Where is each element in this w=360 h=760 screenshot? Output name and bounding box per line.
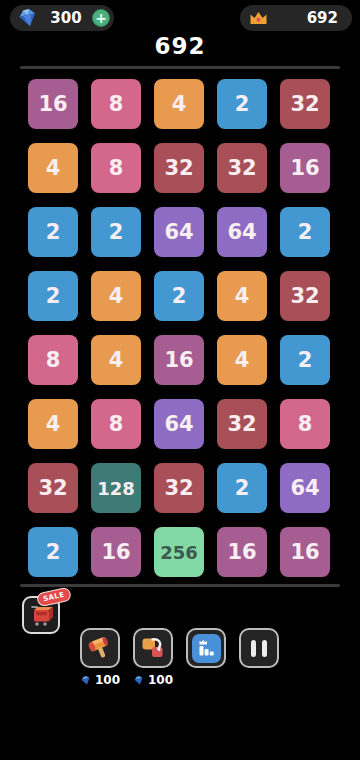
gems-pill: 300 + (10, 5, 114, 31)
tile-r5c1[interactable]: 8 (28, 335, 78, 385)
tile-r1c5[interactable]: 32 (280, 79, 330, 129)
crown-icon (248, 10, 269, 27)
tile-r8c4[interactable]: 16 (217, 527, 267, 577)
tile-r4c1[interactable]: 2 (28, 271, 78, 321)
leaderboard-button[interactable] (186, 628, 226, 668)
pause-icon (251, 640, 267, 657)
gem-icon-small (79, 673, 93, 687)
tile-r8c3[interactable]: 256 (154, 527, 204, 577)
tile-r4c2[interactable]: 4 (91, 271, 141, 321)
board-bottom-divider (20, 584, 340, 587)
tile-r5c2[interactable]: 4 (91, 335, 141, 385)
gems-count: 300 (40, 9, 92, 27)
hammer-tool-button[interactable] (80, 628, 120, 668)
tile-r7c3[interactable]: 32 (154, 463, 204, 513)
tile-r4c4[interactable]: 4 (217, 271, 267, 321)
tile-r1c4[interactable]: 2 (217, 79, 267, 129)
tile-r6c1[interactable]: 4 (28, 399, 78, 449)
tile-r3c3[interactable]: 64 (154, 207, 204, 257)
tile-r8c2[interactable]: 16 (91, 527, 141, 577)
tile-r3c5[interactable]: 2 (280, 207, 330, 257)
tile-r6c5[interactable]: 8 (280, 399, 330, 449)
tile-r1c2[interactable]: 8 (91, 79, 141, 129)
tile-grid: 1684232483232162264642242432841642486432… (28, 79, 330, 577)
tile-r2c2[interactable]: 8 (91, 143, 141, 193)
tile-r3c4[interactable]: 64 (217, 207, 267, 257)
gem-icon (14, 4, 43, 31)
tile-r2c5[interactable]: 16 (280, 143, 330, 193)
tile-r2c1[interactable]: 4 (28, 143, 78, 193)
tile-r5c5[interactable]: 2 (280, 335, 330, 385)
swap-cost: 100 (133, 673, 173, 687)
best-score-pill: 692 (240, 5, 352, 31)
tile-r7c4[interactable]: 2 (217, 463, 267, 513)
tile-r5c3[interactable]: 16 (154, 335, 204, 385)
tile-r3c2[interactable]: 2 (91, 207, 141, 257)
hammer-cost: 100 (80, 673, 120, 687)
tile-r7c1[interactable]: 32 (28, 463, 78, 513)
tile-r7c5[interactable]: 64 (280, 463, 330, 513)
shop-button[interactable]: SALE (22, 596, 60, 634)
best-score-value: 692 (307, 9, 338, 27)
podium-crown-icon (195, 637, 217, 659)
score-value: 692 (0, 33, 360, 59)
tile-r7c2[interactable]: 128 (91, 463, 141, 513)
board-top-divider (20, 66, 340, 69)
tile-r4c5[interactable]: 32 (280, 271, 330, 321)
gem-icon-small (132, 673, 146, 687)
tile-r6c3[interactable]: 64 (154, 399, 204, 449)
tile-r6c2[interactable]: 8 (91, 399, 141, 449)
tile-r1c3[interactable]: 4 (154, 79, 204, 129)
leaderboard-icon-bg (192, 634, 221, 663)
tile-r2c4[interactable]: 32 (217, 143, 267, 193)
add-gems-button[interactable]: + (92, 9, 110, 27)
tile-r6c4[interactable]: 32 (217, 399, 267, 449)
swap-cost-value: 100 (148, 673, 173, 687)
tile-r5c4[interactable]: 4 (217, 335, 267, 385)
tile-r2c3[interactable]: 32 (154, 143, 204, 193)
swap-icon (139, 634, 167, 662)
tile-r4c3[interactable]: 2 (154, 271, 204, 321)
tile-r3c1[interactable]: 2 (28, 207, 78, 257)
hammer-cost-value: 100 (95, 673, 120, 687)
pause-button[interactable] (239, 628, 279, 668)
swap-tool-button[interactable] (133, 628, 173, 668)
tile-r8c5[interactable]: 16 (280, 527, 330, 577)
tile-r1c1[interactable]: 16 (28, 79, 78, 129)
hammer-icon (86, 634, 114, 662)
tile-r8c1[interactable]: 2 (28, 527, 78, 577)
